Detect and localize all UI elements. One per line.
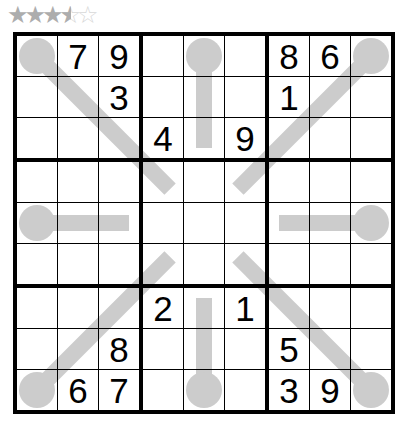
cell-r5c4[interactable]	[143, 203, 184, 244]
cell-r6c7[interactable]	[269, 244, 310, 288]
cell-r1c9[interactable]	[351, 36, 391, 77]
cell-r5c3[interactable]	[99, 203, 143, 244]
cell-r4c3[interactable]	[99, 162, 143, 203]
cell-r6c9[interactable]	[351, 244, 391, 288]
cell-r3c2[interactable]	[58, 118, 99, 162]
cell-r4c2[interactable]	[58, 162, 99, 203]
cell-r7c1[interactable]	[17, 288, 58, 329]
cell-r6c4[interactable]	[143, 244, 184, 288]
cell-r9c4[interactable]	[143, 370, 184, 410]
cell-r4c6[interactable]	[225, 162, 269, 203]
sudoku-board: 7986314921856739	[13, 32, 395, 414]
cell-r3c7[interactable]	[269, 118, 310, 162]
cell-r9c3[interactable]: 7	[99, 370, 143, 410]
cell-r1c3[interactable]: 9	[99, 36, 143, 77]
cell-r9c7[interactable]: 3	[269, 370, 310, 410]
cell-r7c4[interactable]: 2	[143, 288, 184, 329]
cell-r1c1[interactable]	[17, 36, 58, 77]
difficulty-rating: ★★★☆★☆	[9, 1, 97, 29]
cell-r7c3[interactable]	[99, 288, 143, 329]
cell-r7c7[interactable]	[269, 288, 310, 329]
cell-r8c1[interactable]	[17, 329, 58, 370]
cell-r6c1[interactable]	[17, 244, 58, 288]
cell-r1c4[interactable]	[143, 36, 184, 77]
cell-r4c1[interactable]	[17, 162, 58, 203]
cell-r2c2[interactable]	[58, 77, 99, 118]
cell-r4c9[interactable]	[351, 162, 391, 203]
cell-r2c7[interactable]: 1	[269, 77, 310, 118]
cell-r6c3[interactable]	[99, 244, 143, 288]
cell-r2c4[interactable]	[143, 77, 184, 118]
cell-r2c8[interactable]	[310, 77, 351, 118]
cell-r6c5[interactable]	[184, 244, 225, 288]
cell-r2c5[interactable]	[184, 77, 225, 118]
cell-r5c5[interactable]	[184, 203, 225, 244]
cell-r8c2[interactable]	[58, 329, 99, 370]
cell-r3c6[interactable]: 9	[225, 118, 269, 162]
cell-r2c1[interactable]	[17, 77, 58, 118]
cell-r5c2[interactable]	[58, 203, 99, 244]
cell-r9c1[interactable]	[17, 370, 58, 410]
cell-r4c8[interactable]	[310, 162, 351, 203]
cell-r1c7[interactable]: 8	[269, 36, 310, 77]
cell-r2c3[interactable]: 3	[99, 77, 143, 118]
cell-r1c5[interactable]	[184, 36, 225, 77]
cell-r8c4[interactable]	[143, 329, 184, 370]
cell-r8c7[interactable]: 5	[269, 329, 310, 370]
cell-r3c4[interactable]: 4	[143, 118, 184, 162]
cell-r1c8[interactable]: 6	[310, 36, 351, 77]
cell-r7c6[interactable]: 1	[225, 288, 269, 329]
cell-r3c5[interactable]	[184, 118, 225, 162]
puzzle-page: ★★★☆★☆ 7986314921856739	[0, 0, 403, 421]
cell-r1c2[interactable]: 7	[58, 36, 99, 77]
cell-r2c9[interactable]	[351, 77, 391, 118]
cell-r5c6[interactable]	[225, 203, 269, 244]
cell-r7c2[interactable]	[58, 288, 99, 329]
cell-r2c6[interactable]	[225, 77, 269, 118]
cell-r1c6[interactable]	[225, 36, 269, 77]
cell-r5c7[interactable]	[269, 203, 310, 244]
cell-r9c9[interactable]	[351, 370, 391, 410]
cell-r8c6[interactable]	[225, 329, 269, 370]
cell-r6c8[interactable]	[310, 244, 351, 288]
cell-r4c4[interactable]	[143, 162, 184, 203]
cell-r9c5[interactable]	[184, 370, 225, 410]
cell-r7c9[interactable]	[351, 288, 391, 329]
cell-r8c9[interactable]	[351, 329, 391, 370]
cell-r6c2[interactable]	[58, 244, 99, 288]
cell-r6c6[interactable]	[225, 244, 269, 288]
cell-r9c2[interactable]: 6	[58, 370, 99, 410]
cell-r7c5[interactable]	[184, 288, 225, 329]
cell-r5c1[interactable]	[17, 203, 58, 244]
cell-r3c1[interactable]	[17, 118, 58, 162]
star-empty-icon: ☆	[77, 1, 99, 29]
cell-r7c8[interactable]	[310, 288, 351, 329]
cell-r9c8[interactable]: 9	[310, 370, 351, 410]
sudoku-grid: 7986314921856739	[17, 36, 391, 410]
cell-r8c8[interactable]	[310, 329, 351, 370]
cell-r3c9[interactable]	[351, 118, 391, 162]
cell-r8c3[interactable]: 8	[99, 329, 143, 370]
cell-r8c5[interactable]	[184, 329, 225, 370]
cell-r9c6[interactable]	[225, 370, 269, 410]
cell-r5c9[interactable]	[351, 203, 391, 244]
cell-r4c5[interactable]	[184, 162, 225, 203]
cell-r4c7[interactable]	[269, 162, 310, 203]
cell-r5c8[interactable]	[310, 203, 351, 244]
cell-r3c3[interactable]	[99, 118, 143, 162]
cell-r3c8[interactable]	[310, 118, 351, 162]
